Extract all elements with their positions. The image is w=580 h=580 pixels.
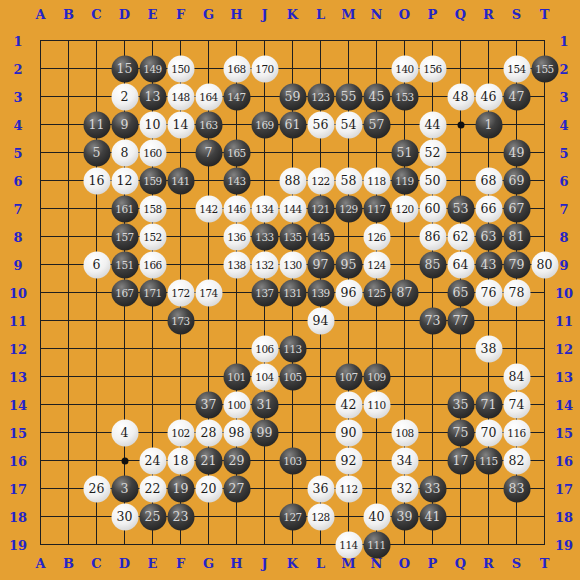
- stone-H14[interactable]: 100: [223, 391, 250, 418]
- coord-label-bottom: G: [203, 557, 214, 570]
- stone-move-number: 149: [143, 63, 162, 74]
- stone-move-number: 158: [143, 203, 162, 214]
- stone-S9[interactable]: 79: [503, 251, 530, 278]
- stone-L7[interactable]: 121: [307, 195, 334, 222]
- stone-R14[interactable]: 71: [475, 391, 502, 418]
- stone-F2[interactable]: 150: [167, 55, 194, 82]
- stone-move-number: 81: [509, 230, 525, 243]
- coord-label-right: 12: [555, 342, 573, 355]
- stone-move-number: 30: [117, 510, 133, 523]
- stone-P9[interactable]: 85: [419, 251, 446, 278]
- stone-move-number: 120: [395, 203, 414, 214]
- stone-move-number: 114: [339, 539, 358, 550]
- stone-move-number: 115: [479, 455, 498, 466]
- stone-C4[interactable]: 11: [83, 111, 110, 138]
- stone-move-number: 56: [313, 118, 329, 131]
- stone-H13[interactable]: 101: [223, 363, 250, 390]
- stone-O6[interactable]: 119: [391, 167, 418, 194]
- coord-label-bottom: F: [176, 557, 185, 570]
- stone-E7[interactable]: 158: [139, 195, 166, 222]
- stone-E6[interactable]: 159: [139, 167, 166, 194]
- stone-K6[interactable]: 88: [279, 167, 306, 194]
- stone-K8[interactable]: 135: [279, 223, 306, 250]
- coord-label-right: 17: [555, 482, 573, 495]
- stone-J9[interactable]: 132: [251, 251, 278, 278]
- stone-N13[interactable]: 109: [363, 363, 390, 390]
- stone-M16[interactable]: 92: [335, 447, 362, 474]
- stone-S15[interactable]: 116: [503, 419, 530, 446]
- stone-move-number: 164: [199, 91, 218, 102]
- stone-M9[interactable]: 95: [335, 251, 362, 278]
- stone-J12[interactable]: 106: [251, 335, 278, 362]
- stone-T9[interactable]: 80: [531, 251, 558, 278]
- coord-label-top: J: [261, 8, 267, 21]
- stone-move-number: 51: [397, 146, 413, 159]
- stone-J13[interactable]: 104: [251, 363, 278, 390]
- stone-D18[interactable]: 30: [111, 503, 138, 530]
- stone-D15[interactable]: 4: [111, 419, 138, 446]
- stone-move-number: 54: [341, 118, 357, 131]
- stone-K12[interactable]: 113: [279, 335, 306, 362]
- stone-F3[interactable]: 148: [167, 83, 194, 110]
- stone-move-number: 38: [481, 342, 497, 355]
- coord-label-bottom: P: [428, 557, 438, 570]
- coord-label-right: 4: [559, 118, 568, 131]
- stone-G17[interactable]: 20: [195, 475, 222, 502]
- coord-label-left: 18: [9, 510, 27, 523]
- coord-label-left: 17: [9, 482, 27, 495]
- stone-move-number: 66: [481, 202, 497, 215]
- stone-D4[interactable]: 9: [111, 111, 138, 138]
- stone-move-number: 36: [313, 482, 329, 495]
- stone-H7[interactable]: 146: [223, 195, 250, 222]
- stone-O5[interactable]: 51: [391, 139, 418, 166]
- stone-move-number: 126: [367, 231, 386, 242]
- coord-label-left: 5: [13, 146, 22, 159]
- stone-N10[interactable]: 125: [363, 279, 390, 306]
- stone-R3[interactable]: 46: [475, 83, 502, 110]
- stone-D5[interactable]: 8: [111, 139, 138, 166]
- stone-move-number: 18: [173, 454, 189, 467]
- stone-Q9[interactable]: 64: [447, 251, 474, 278]
- stone-R10[interactable]: 76: [475, 279, 502, 306]
- stone-J2[interactable]: 170: [251, 55, 278, 82]
- stone-move-number: 49: [509, 146, 525, 159]
- coord-label-left: 6: [13, 174, 22, 187]
- stone-N9[interactable]: 124: [363, 251, 390, 278]
- stone-M6[interactable]: 58: [335, 167, 362, 194]
- stone-move-number: 34: [397, 454, 413, 467]
- coord-label-top: L: [316, 8, 325, 21]
- stone-Q7[interactable]: 53: [447, 195, 474, 222]
- stone-move-number: 43: [481, 258, 497, 271]
- stone-N4[interactable]: 57: [363, 111, 390, 138]
- stone-move-number: 146: [227, 203, 246, 214]
- stone-P17[interactable]: 33: [419, 475, 446, 502]
- stone-move-number: 33: [425, 482, 441, 495]
- stone-move-number: 31: [257, 398, 273, 411]
- stone-move-number: 131: [283, 287, 302, 298]
- stone-move-number: 19: [173, 482, 189, 495]
- coord-label-top: E: [148, 8, 158, 21]
- stone-M19[interactable]: 114: [335, 531, 362, 558]
- stone-R9[interactable]: 43: [475, 251, 502, 278]
- stone-O18[interactable]: 39: [391, 503, 418, 530]
- stone-F11[interactable]: 173: [167, 307, 194, 334]
- stone-E17[interactable]: 22: [139, 475, 166, 502]
- stone-move-number: 113: [283, 343, 302, 354]
- stone-G3[interactable]: 164: [195, 83, 222, 110]
- stone-move-number: 109: [367, 371, 386, 382]
- stone-G15[interactable]: 28: [195, 419, 222, 446]
- stone-move-number: 5: [93, 146, 101, 159]
- coord-label-right: 10: [555, 286, 573, 299]
- stone-E18[interactable]: 25: [139, 503, 166, 530]
- stone-move-number: 94: [313, 314, 329, 327]
- coord-label-top: P: [428, 8, 438, 21]
- stone-move-number: 46: [481, 90, 497, 103]
- coord-label-left: 3: [13, 90, 22, 103]
- coord-label-bottom: D: [119, 557, 130, 570]
- coord-label-left: 16: [9, 454, 27, 467]
- coord-label-left: 7: [13, 202, 22, 215]
- stone-move-number: 147: [227, 91, 246, 102]
- stone-G16[interactable]: 21: [195, 447, 222, 474]
- stone-J4[interactable]: 169: [251, 111, 278, 138]
- stone-move-number: 53: [453, 202, 469, 215]
- stone-move-number: 160: [143, 147, 162, 158]
- stone-P5[interactable]: 52: [419, 139, 446, 166]
- stone-Q15[interactable]: 75: [447, 419, 474, 446]
- stone-H17[interactable]: 27: [223, 475, 250, 502]
- stone-move-number: 79: [509, 258, 525, 271]
- stone-Q8[interactable]: 62: [447, 223, 474, 250]
- stone-O7[interactable]: 120: [391, 195, 418, 222]
- stone-move-number: 4: [121, 426, 129, 439]
- stone-move-number: 156: [423, 63, 442, 74]
- stone-N8[interactable]: 126: [363, 223, 390, 250]
- stone-Q11[interactable]: 77: [447, 307, 474, 334]
- coord-label-left: 14: [9, 398, 27, 411]
- stone-move-number: 87: [397, 286, 413, 299]
- stone-L4[interactable]: 56: [307, 111, 334, 138]
- stone-move-number: 84: [509, 370, 525, 383]
- stone-S2[interactable]: 154: [503, 55, 530, 82]
- stone-D9[interactable]: 151: [111, 251, 138, 278]
- coord-label-top: S: [512, 8, 521, 21]
- stone-move-number: 144: [283, 203, 302, 214]
- stone-L9[interactable]: 97: [307, 251, 334, 278]
- stone-P6[interactable]: 50: [419, 167, 446, 194]
- stone-S16[interactable]: 82: [503, 447, 530, 474]
- stone-O15[interactable]: 108: [391, 419, 418, 446]
- stone-move-number: 124: [367, 259, 386, 270]
- stone-J10[interactable]: 137: [251, 279, 278, 306]
- stone-D8[interactable]: 157: [111, 223, 138, 250]
- stone-move-number: 23: [173, 510, 189, 523]
- stone-J7[interactable]: 134: [251, 195, 278, 222]
- stone-C17[interactable]: 26: [83, 475, 110, 502]
- coord-label-top: N: [371, 8, 383, 21]
- stone-N18[interactable]: 40: [363, 503, 390, 530]
- stone-F17[interactable]: 19: [167, 475, 194, 502]
- stone-J15[interactable]: 99: [251, 419, 278, 446]
- go-board[interactable]: AABBCCDDEEFFGGHHJJKKLLMMNNOOPPQQRRSSTT11…: [0, 0, 580, 580]
- coord-label-left: 13: [9, 370, 27, 383]
- stone-E4[interactable]: 10: [139, 111, 166, 138]
- stone-D10[interactable]: 167: [111, 279, 138, 306]
- stone-move-number: 61: [285, 118, 301, 131]
- stone-M14[interactable]: 42: [335, 391, 362, 418]
- stone-move-number: 78: [509, 286, 525, 299]
- stone-P18[interactable]: 41: [419, 503, 446, 530]
- coord-label-left: 19: [9, 538, 27, 551]
- stone-move-number: 40: [369, 510, 385, 523]
- stone-move-number: 103: [283, 455, 302, 466]
- stone-M4[interactable]: 54: [335, 111, 362, 138]
- stone-E16[interactable]: 24: [139, 447, 166, 474]
- stone-K13[interactable]: 105: [279, 363, 306, 390]
- stone-move-number: 165: [227, 147, 246, 158]
- stone-M13[interactable]: 107: [335, 363, 362, 390]
- stone-S8[interactable]: 81: [503, 223, 530, 250]
- stone-move-number: 135: [283, 231, 302, 242]
- stone-M17[interactable]: 112: [335, 475, 362, 502]
- coord-label-bottom: R: [483, 557, 494, 570]
- coord-label-bottom: S: [512, 557, 521, 570]
- stone-move-number: 173: [171, 315, 190, 326]
- stone-K9[interactable]: 130: [279, 251, 306, 278]
- coord-label-bottom: H: [230, 557, 242, 570]
- stone-move-number: 28: [201, 426, 217, 439]
- stone-move-number: 45: [369, 90, 385, 103]
- stone-move-number: 29: [229, 454, 245, 467]
- stone-move-number: 37: [201, 398, 217, 411]
- stone-T2[interactable]: 155: [531, 55, 558, 82]
- stone-F16[interactable]: 18: [167, 447, 194, 474]
- stone-C9[interactable]: 6: [83, 251, 110, 278]
- stone-Q10[interactable]: 65: [447, 279, 474, 306]
- stone-move-number: 105: [283, 371, 302, 382]
- stone-L18[interactable]: 128: [307, 503, 334, 530]
- stone-move-number: 21: [201, 454, 217, 467]
- stone-P11[interactable]: 73: [419, 307, 446, 334]
- stone-E9[interactable]: 166: [139, 251, 166, 278]
- stone-C5[interactable]: 5: [83, 139, 110, 166]
- stone-N19[interactable]: 111: [363, 531, 390, 558]
- stone-J14[interactable]: 31: [251, 391, 278, 418]
- stone-D6[interactable]: 12: [111, 167, 138, 194]
- stone-move-number: 140: [395, 63, 414, 74]
- stone-N7[interactable]: 117: [363, 195, 390, 222]
- stone-M15[interactable]: 90: [335, 419, 362, 446]
- stone-P4[interactable]: 44: [419, 111, 446, 138]
- stone-move-number: 145: [311, 231, 330, 242]
- stone-S14[interactable]: 74: [503, 391, 530, 418]
- stone-R4[interactable]: 1: [475, 111, 502, 138]
- stone-E2[interactable]: 149: [139, 55, 166, 82]
- stone-K7[interactable]: 144: [279, 195, 306, 222]
- stone-L10[interactable]: 139: [307, 279, 334, 306]
- stone-move-number: 74: [509, 398, 525, 411]
- stone-F15[interactable]: 102: [167, 419, 194, 446]
- stone-move-number: 32: [397, 482, 413, 495]
- stone-move-number: 7: [205, 146, 213, 159]
- coord-label-top: B: [63, 8, 74, 21]
- coord-label-right: 11: [555, 314, 573, 327]
- stone-M10[interactable]: 96: [335, 279, 362, 306]
- stone-O3[interactable]: 153: [391, 83, 418, 110]
- stone-E10[interactable]: 171: [139, 279, 166, 306]
- stone-move-number: 42: [341, 398, 357, 411]
- stone-S17[interactable]: 83: [503, 475, 530, 502]
- stone-K3[interactable]: 59: [279, 83, 306, 110]
- stone-S10[interactable]: 78: [503, 279, 530, 306]
- stone-move-number: 152: [143, 231, 162, 242]
- stone-move-number: 159: [143, 175, 162, 186]
- stone-Q14[interactable]: 35: [447, 391, 474, 418]
- stone-H5[interactable]: 165: [223, 139, 250, 166]
- coord-label-top: O: [399, 8, 410, 21]
- stone-move-number: 70: [481, 426, 497, 439]
- coord-label-top: A: [35, 8, 45, 21]
- stone-Q3[interactable]: 48: [447, 83, 474, 110]
- stone-L6[interactable]: 122: [307, 167, 334, 194]
- stone-move-number: 9: [121, 118, 129, 131]
- stone-O2[interactable]: 140: [391, 55, 418, 82]
- stone-P8[interactable]: 86: [419, 223, 446, 250]
- stone-H3[interactable]: 147: [223, 83, 250, 110]
- stone-O10[interactable]: 87: [391, 279, 418, 306]
- stone-move-number: 125: [367, 287, 386, 298]
- stone-E3[interactable]: 13: [139, 83, 166, 110]
- stone-K10[interactable]: 131: [279, 279, 306, 306]
- stone-F6[interactable]: 141: [167, 167, 194, 194]
- stone-D17[interactable]: 3: [111, 475, 138, 502]
- stone-move-number: 127: [283, 511, 302, 522]
- stone-D3[interactable]: 2: [111, 83, 138, 110]
- stone-move-number: 129: [339, 203, 358, 214]
- stone-move-number: 82: [509, 454, 525, 467]
- stone-move-number: 75: [453, 426, 469, 439]
- stone-G10[interactable]: 174: [195, 279, 222, 306]
- stone-move-number: 25: [145, 510, 161, 523]
- stone-R15[interactable]: 70: [475, 419, 502, 446]
- stone-H8[interactable]: 136: [223, 223, 250, 250]
- coord-label-left: 10: [9, 286, 27, 299]
- stone-S6[interactable]: 69: [503, 167, 530, 194]
- stone-move-number: 134: [255, 203, 274, 214]
- coord-label-top: G: [203, 8, 214, 21]
- stone-move-number: 59: [285, 90, 301, 103]
- stone-move-number: 102: [171, 427, 190, 438]
- stone-move-number: 157: [115, 231, 134, 242]
- stone-H15[interactable]: 98: [223, 419, 250, 446]
- stone-move-number: 112: [339, 483, 358, 494]
- coord-label-right: 19: [555, 538, 573, 551]
- stone-move-number: 16: [89, 174, 105, 187]
- stone-R8[interactable]: 63: [475, 223, 502, 250]
- stone-move-number: 6: [93, 258, 101, 271]
- coord-label-right: 7: [559, 202, 568, 215]
- stone-M7[interactable]: 129: [335, 195, 362, 222]
- stone-move-number: 100: [227, 399, 246, 410]
- stone-move-number: 150: [171, 63, 190, 74]
- stone-K16[interactable]: 103: [279, 447, 306, 474]
- stone-L11[interactable]: 94: [307, 307, 334, 334]
- stone-L8[interactable]: 145: [307, 223, 334, 250]
- stone-move-number: 111: [367, 539, 386, 550]
- stone-D7[interactable]: 161: [111, 195, 138, 222]
- stone-S13[interactable]: 84: [503, 363, 530, 390]
- stone-N3[interactable]: 45: [363, 83, 390, 110]
- stone-M3[interactable]: 55: [335, 83, 362, 110]
- coord-label-right: 5: [559, 146, 568, 159]
- stone-O17[interactable]: 32: [391, 475, 418, 502]
- stone-S5[interactable]: 49: [503, 139, 530, 166]
- stone-R6[interactable]: 68: [475, 167, 502, 194]
- stone-F10[interactable]: 172: [167, 279, 194, 306]
- stone-L17[interactable]: 36: [307, 475, 334, 502]
- stone-R7[interactable]: 66: [475, 195, 502, 222]
- stone-move-number: 99: [257, 426, 273, 439]
- stone-move-number: 139: [311, 287, 330, 298]
- stone-H2[interactable]: 168: [223, 55, 250, 82]
- coord-label-top: M: [341, 8, 355, 21]
- stone-R16[interactable]: 115: [475, 447, 502, 474]
- stone-Q16[interactable]: 17: [447, 447, 474, 474]
- stone-D2[interactable]: 15: [111, 55, 138, 82]
- stone-move-number: 2: [121, 90, 129, 103]
- stone-move-number: 169: [255, 119, 274, 130]
- stone-N14[interactable]: 110: [363, 391, 390, 418]
- stone-P2[interactable]: 156: [419, 55, 446, 82]
- stone-G4[interactable]: 163: [195, 111, 222, 138]
- stone-E5[interactable]: 160: [139, 139, 166, 166]
- stone-F18[interactable]: 23: [167, 503, 194, 530]
- coord-label-left: 15: [9, 426, 27, 439]
- stone-R12[interactable]: 38: [475, 335, 502, 362]
- coord-label-bottom: B: [63, 557, 74, 570]
- stone-N6[interactable]: 118: [363, 167, 390, 194]
- stone-H16[interactable]: 29: [223, 447, 250, 474]
- stone-S3[interactable]: 47: [503, 83, 530, 110]
- stone-O16[interactable]: 34: [391, 447, 418, 474]
- stone-G14[interactable]: 37: [195, 391, 222, 418]
- stone-G5[interactable]: 7: [195, 139, 222, 166]
- stone-E8[interactable]: 152: [139, 223, 166, 250]
- stone-S7[interactable]: 67: [503, 195, 530, 222]
- stone-K4[interactable]: 61: [279, 111, 306, 138]
- coord-label-bottom: T: [540, 557, 550, 570]
- coord-label-top: T: [540, 8, 550, 21]
- stone-move-number: 92: [341, 454, 357, 467]
- stone-move-number: 69: [509, 174, 525, 187]
- stone-H9[interactable]: 138: [223, 251, 250, 278]
- coord-label-right: 6: [559, 174, 568, 187]
- stone-L3[interactable]: 123: [307, 83, 334, 110]
- stone-K18[interactable]: 127: [279, 503, 306, 530]
- stone-C6[interactable]: 16: [83, 167, 110, 194]
- stone-move-number: 55: [341, 90, 357, 103]
- coord-label-bottom: O: [399, 557, 410, 570]
- stone-P7[interactable]: 60: [419, 195, 446, 222]
- stone-J8[interactable]: 133: [251, 223, 278, 250]
- stone-F4[interactable]: 14: [167, 111, 194, 138]
- stone-G7[interactable]: 142: [195, 195, 222, 222]
- stone-H6[interactable]: 143: [223, 167, 250, 194]
- stone-move-number: 3: [121, 482, 129, 495]
